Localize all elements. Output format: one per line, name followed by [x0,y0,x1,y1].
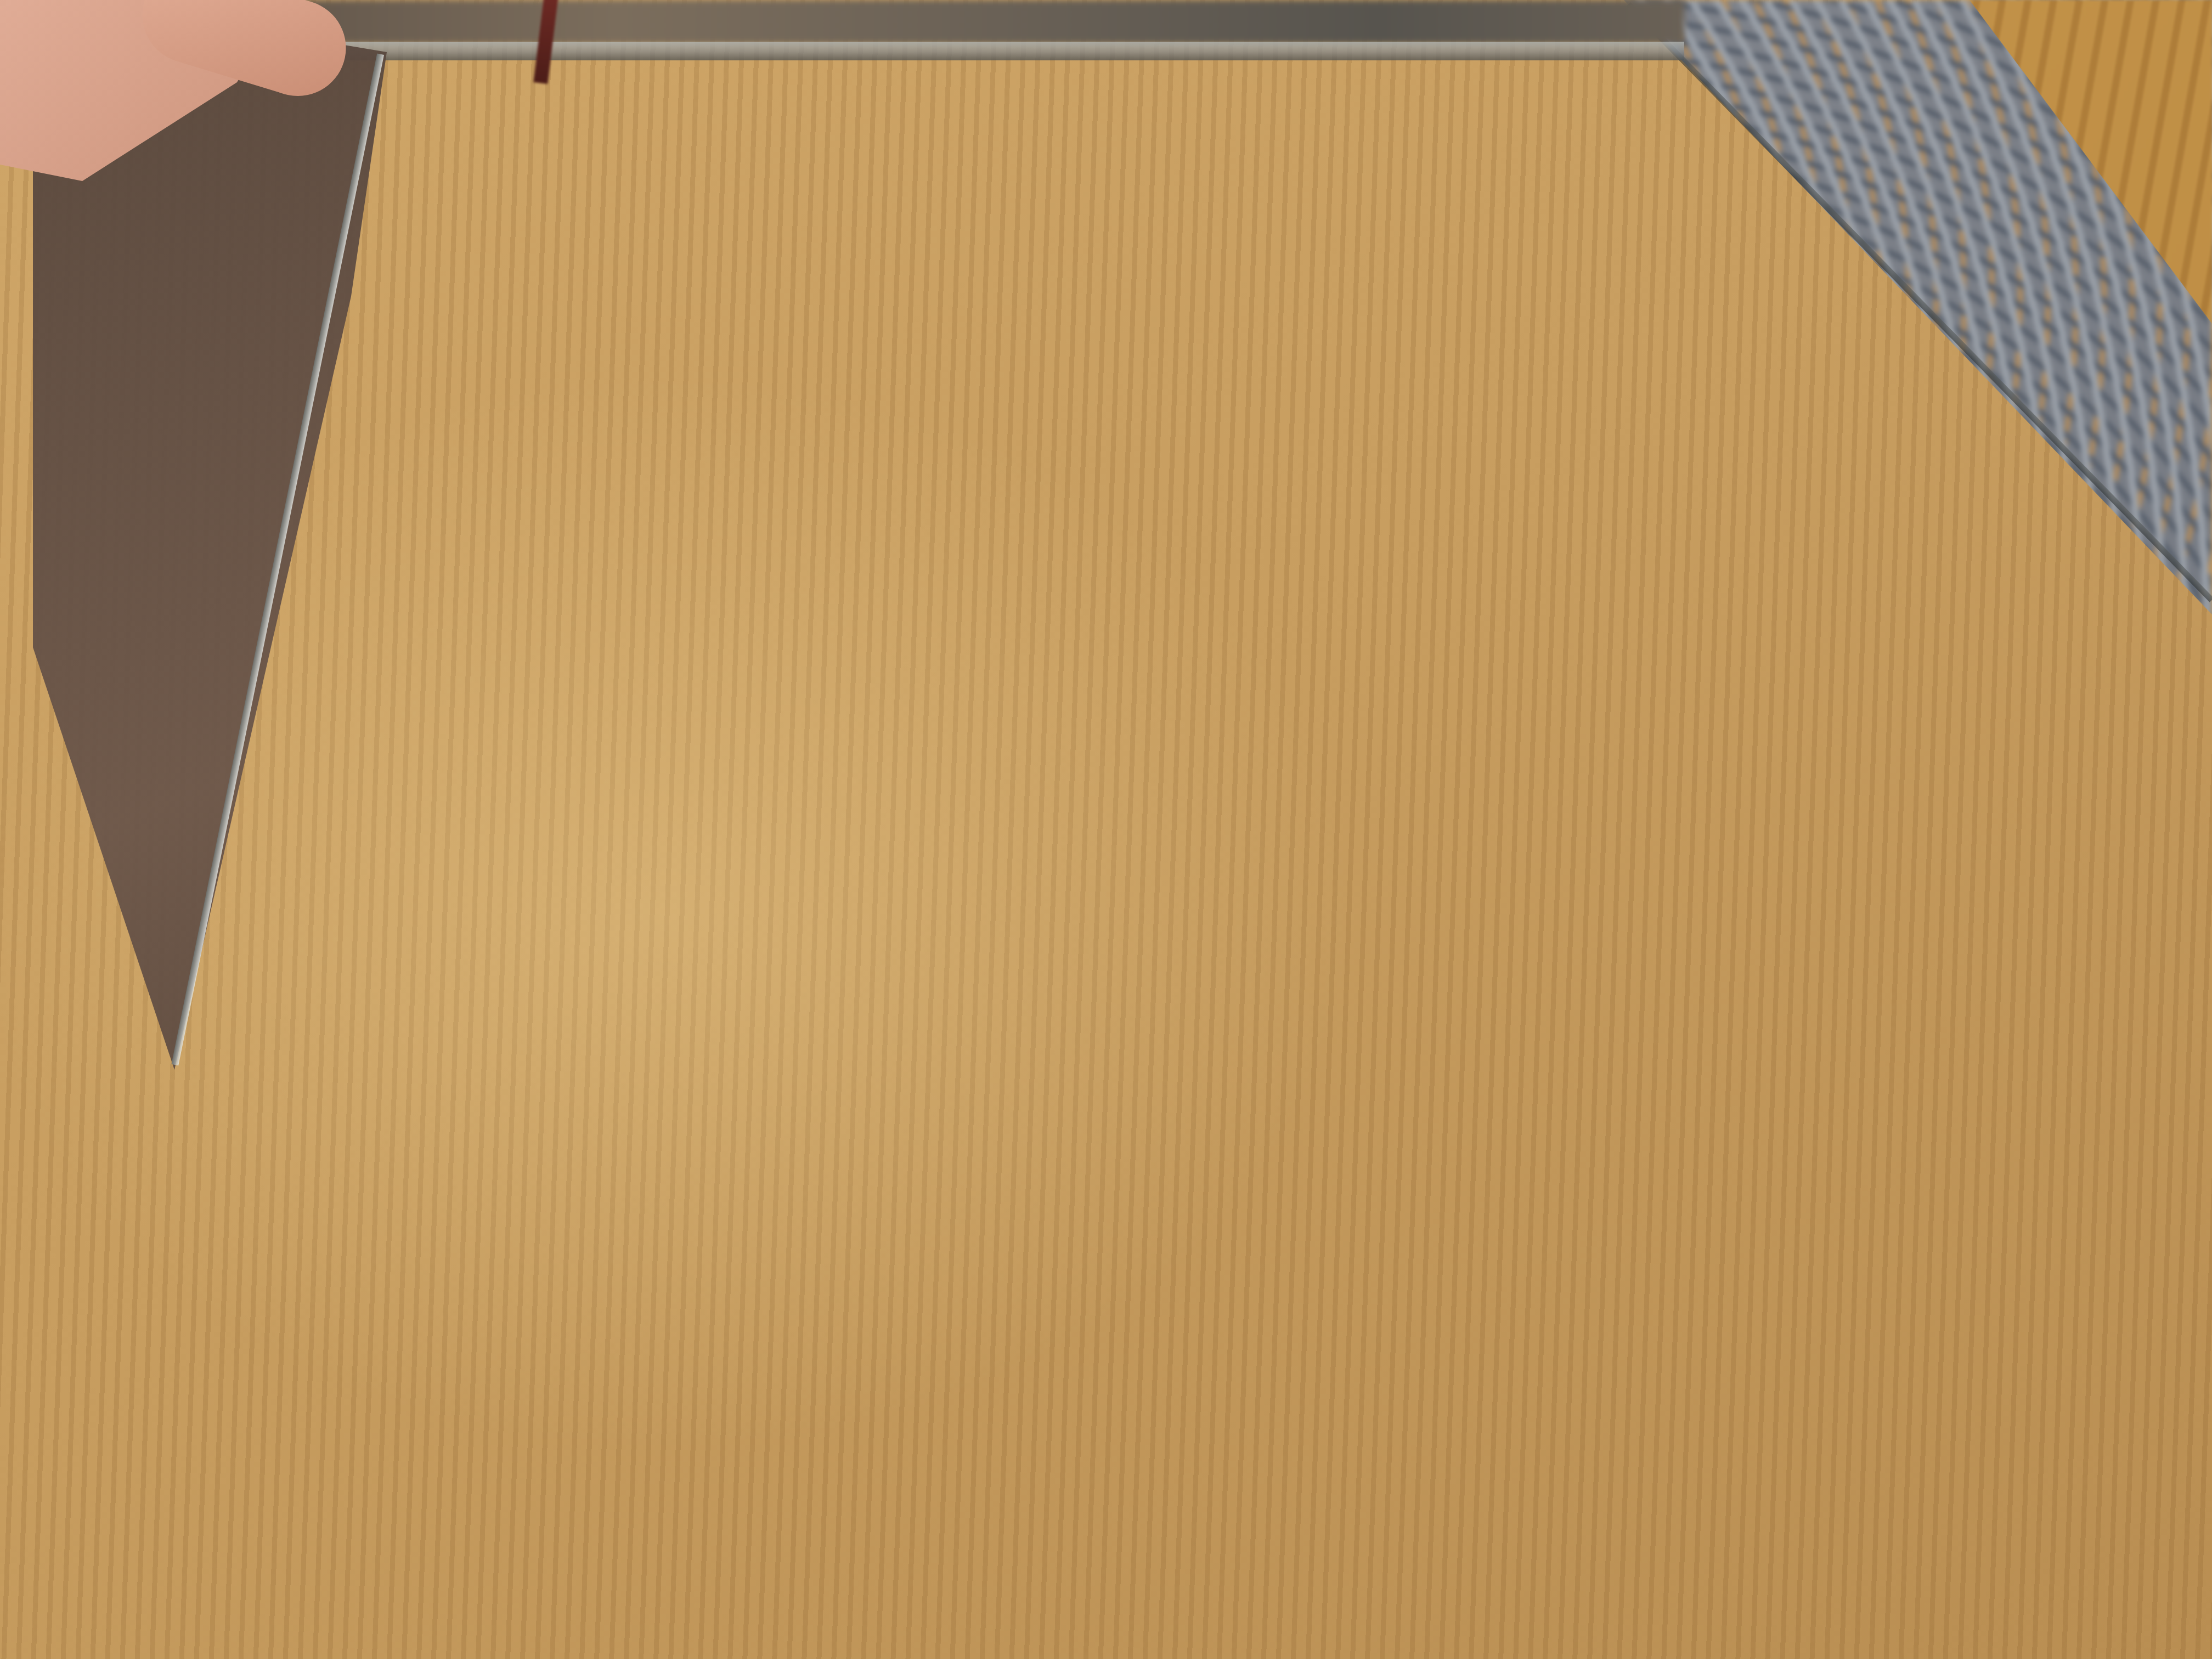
scene: ♟♟♛♟♜♝♟ [0,0,2212,1659]
background-blur-strip [159,0,1684,44]
